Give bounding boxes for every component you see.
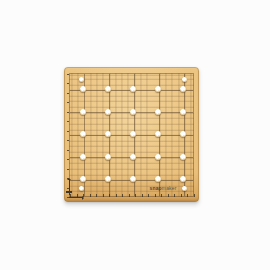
ruler-tick-bottom [168,194,169,197]
ruler-tick-bottom [103,194,104,197]
peg-hole [130,154,136,160]
peg-hole [130,109,136,115]
ruler-tick-bottom [90,194,91,197]
brand-logo: snapmaker [147,185,179,192]
corner-peg-hole [79,186,84,191]
peg-hole [180,154,186,160]
peg-hole [155,176,161,182]
y-axis-arrow-icon [69,180,70,192]
ruler-tick-left [67,93,70,94]
peg-hole [180,86,186,92]
peg-hole [80,176,86,182]
peg-hole [130,131,136,137]
ruler-tick-bottom [148,194,149,197]
ruler-tick-bottom [116,194,117,197]
hole-grid [70,78,196,191]
ruler-tick-bottom [161,194,162,197]
ruler-tick-bottom [129,194,130,197]
ruler-tick-left [67,169,70,170]
x-axis-arrow-icon [69,197,82,198]
peg-hole [155,109,161,115]
corner-peg-hole [79,77,84,82]
ruler-tick-left [67,74,70,75]
ruler-tick-bottom [96,194,97,197]
corner-peg-hole [182,77,187,82]
ruler-tick-left [67,131,70,132]
product-photo: snapmaker [0,0,270,270]
peg-hole [180,131,186,137]
peg-hole [155,154,161,160]
brand-logo-light: maker [162,185,177,191]
peg-hole [155,86,161,92]
ruler-tick-bottom [181,194,182,197]
y-axis-arrowhead [67,178,71,180]
ruler-tick-bottom [109,194,110,197]
ruler-tick-left [67,102,70,103]
corner-peg-hole [182,186,187,191]
ruler-tick-bottom [187,194,188,197]
ruler-tick-bottom [194,194,195,197]
ruler-tick-left [67,112,70,113]
peg-hole [130,176,136,182]
ruler-tick-left [67,150,70,151]
peg-hole [180,109,186,115]
peg-hole [130,86,136,92]
wasteboard: snapmaker [64,67,199,202]
peg-hole [105,154,111,160]
ruler-tick-left [67,159,70,160]
peg-hole [80,131,86,137]
ruler-tick-left [67,83,70,84]
peg-hole [80,86,86,92]
ruler-tick-bottom [135,194,136,197]
peg-hole [80,109,86,115]
peg-hole [155,131,161,137]
ruler-tick-bottom [142,194,143,197]
ruler-tick-left [67,140,70,141]
peg-hole [105,109,111,115]
ruler-tick-bottom [174,194,175,197]
peg-hole [105,86,111,92]
brand-logo-bold: snap [150,185,162,191]
peg-hole [105,131,111,137]
peg-hole [80,154,86,160]
peg-hole [105,176,111,182]
ruler-tick-left [67,121,70,122]
peg-hole [180,176,186,182]
ruler-tick-bottom [122,194,123,197]
ruler-tick-bottom [155,194,156,197]
x-axis-arrowhead [82,196,84,200]
